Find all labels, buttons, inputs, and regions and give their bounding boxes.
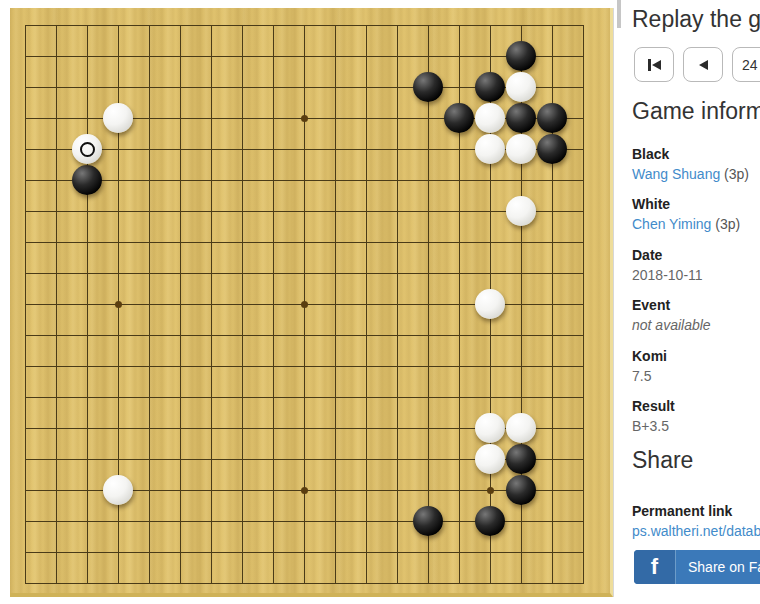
- first-move-button[interactable]: [634, 47, 674, 82]
- star-point: [115, 301, 122, 308]
- grid-line-horizontal: [25, 366, 584, 367]
- white-stone: [506, 413, 536, 443]
- white-stone: [475, 134, 505, 164]
- result-value: B+3.5: [632, 418, 669, 434]
- sidebar: Replay the game 24 Game information Blac…: [632, 0, 760, 604]
- white-stone: [103, 475, 133, 505]
- komi-label: Komi: [632, 348, 667, 364]
- black-stone: [506, 444, 536, 474]
- white-player-link[interactable]: Chen Yiming: [632, 216, 711, 232]
- white-stone: [506, 134, 536, 164]
- date-label: Date: [632, 247, 662, 263]
- event-label: Event: [632, 297, 670, 313]
- date-value: 2018-10-11: [632, 267, 703, 283]
- black-stone: [413, 72, 443, 102]
- previous-move-button[interactable]: [683, 47, 723, 82]
- grid-line-horizontal: [25, 583, 584, 584]
- star-point: [301, 301, 308, 308]
- black-rank: (3p): [724, 166, 749, 182]
- share-facebook-button[interactable]: f Share on Facebook: [634, 550, 760, 584]
- grid-line-vertical: [583, 25, 584, 584]
- white-stone: [475, 413, 505, 443]
- scrollbar-thumb[interactable]: [617, 0, 621, 28]
- facebook-icon: f: [634, 550, 676, 584]
- grid-line-horizontal: [25, 552, 584, 553]
- grid-line-vertical: [366, 25, 367, 584]
- black-stone: [506, 475, 536, 505]
- black-stone: [72, 165, 102, 195]
- last-move-marker: [80, 142, 95, 157]
- left-triangle-icon: [699, 60, 708, 70]
- permanent-link-label: Permanent link: [632, 503, 732, 519]
- black-label: Black: [632, 146, 669, 162]
- white-label: White: [632, 196, 670, 212]
- white-player: Chen Yiming (3p): [632, 216, 740, 232]
- move-number-box[interactable]: 24: [732, 47, 760, 82]
- grid-line-horizontal: [25, 397, 584, 398]
- white-stone: [475, 444, 505, 474]
- star-point: [487, 487, 494, 494]
- star-point: [301, 487, 308, 494]
- event-value: not available: [632, 317, 711, 333]
- white-stone: [475, 103, 505, 133]
- grid-line-vertical: [397, 25, 398, 584]
- white-stone: [103, 103, 133, 133]
- game-info-heading: Game information: [632, 97, 760, 126]
- replay-heading: Replay the game: [632, 5, 760, 34]
- left-triangle-icon: [652, 60, 661, 70]
- black-stone: [475, 72, 505, 102]
- black-stone: [444, 103, 474, 133]
- grid-line-vertical: [428, 25, 429, 584]
- white-rank: (3p): [715, 216, 740, 232]
- replay-nav: 24: [634, 47, 760, 82]
- result-label: Result: [632, 398, 675, 414]
- move-number: 24: [742, 57, 758, 73]
- black-stone: [506, 41, 536, 71]
- white-stone: [506, 72, 536, 102]
- black-player: Wang Shuang (3p): [632, 166, 749, 182]
- black-stone: [506, 103, 536, 133]
- black-player-link[interactable]: Wang Shuang: [632, 166, 720, 182]
- goban: [10, 8, 613, 597]
- skip-start-icon: [648, 59, 651, 71]
- white-stone: [506, 196, 536, 226]
- star-point: [301, 115, 308, 122]
- grid-line-horizontal: [25, 335, 584, 336]
- share-heading: Share: [632, 446, 693, 475]
- black-stone: [537, 103, 567, 133]
- black-stone: [475, 506, 505, 536]
- facebook-button-label: Share on Facebook: [688, 559, 760, 575]
- grid-line-vertical: [335, 25, 336, 584]
- black-stone: [413, 506, 443, 536]
- white-stone: [475, 289, 505, 319]
- black-stone: [537, 134, 567, 164]
- komi-value: 7.5: [632, 368, 651, 384]
- permanent-link[interactable]: ps.waltheri.net/database...: [632, 523, 760, 539]
